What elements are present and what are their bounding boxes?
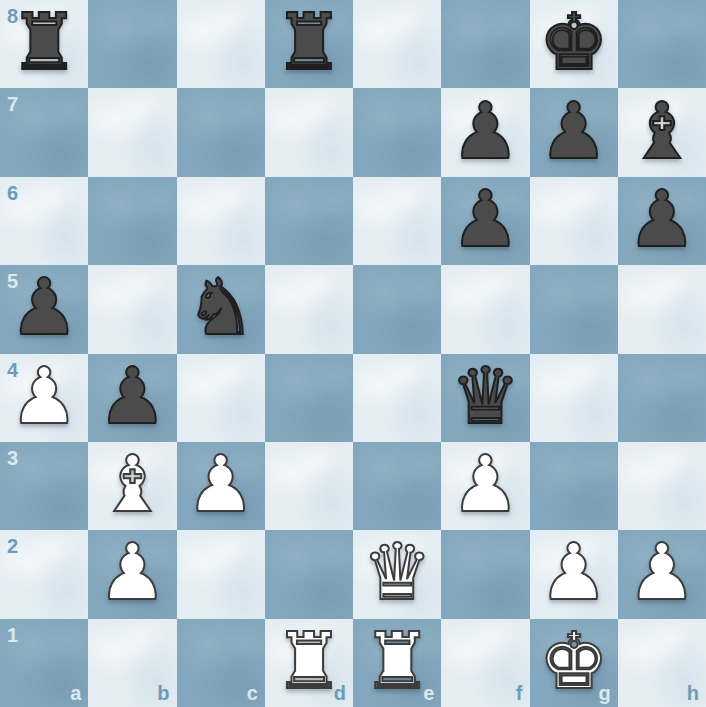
square-d5[interactable] [265, 265, 353, 353]
square-e7[interactable] [353, 88, 441, 176]
square-f4[interactable]: ♛ [441, 354, 529, 442]
square-b2[interactable]: ♟ [88, 530, 176, 618]
file-label-f: f [516, 683, 523, 703]
white-rook-e1[interactable]: ♜ [353, 619, 441, 707]
square-f8[interactable] [441, 0, 529, 88]
black-pawn-a5[interactable]: ♟ [0, 265, 88, 353]
file-label-a: a [70, 683, 81, 703]
white-king-g1[interactable]: ♚ [530, 619, 618, 707]
square-a1[interactable]: 1a [0, 619, 88, 707]
white-pawn-f3[interactable]: ♟ [441, 442, 529, 530]
square-e8[interactable] [353, 0, 441, 88]
black-rook-a8[interactable]: ♜ [0, 0, 88, 88]
square-c8[interactable] [177, 0, 265, 88]
square-f6[interactable]: ♟ [441, 177, 529, 265]
square-b7[interactable] [88, 88, 176, 176]
square-d4[interactable] [265, 354, 353, 442]
square-f1[interactable]: f [441, 619, 529, 707]
white-queen-e2[interactable]: ♛ [353, 530, 441, 618]
square-f7[interactable]: ♟ [441, 88, 529, 176]
file-label-h: h [687, 683, 699, 703]
square-d2[interactable] [265, 530, 353, 618]
square-a8[interactable]: 8♜ [0, 0, 88, 88]
white-pawn-b2[interactable]: ♟ [88, 530, 176, 618]
square-f5[interactable] [441, 265, 529, 353]
square-b3[interactable]: ♝ [88, 442, 176, 530]
black-pawn-g7[interactable]: ♟ [530, 88, 618, 176]
black-pawn-f7[interactable]: ♟ [441, 88, 529, 176]
square-a6[interactable]: 6 [0, 177, 88, 265]
square-g5[interactable] [530, 265, 618, 353]
square-h6[interactable]: ♟ [618, 177, 706, 265]
square-e6[interactable] [353, 177, 441, 265]
square-a5[interactable]: 5♟ [0, 265, 88, 353]
square-h5[interactable] [618, 265, 706, 353]
square-h2[interactable]: ♟ [618, 530, 706, 618]
square-g2[interactable]: ♟ [530, 530, 618, 618]
black-rook-d8[interactable]: ♜ [265, 0, 353, 88]
square-g3[interactable] [530, 442, 618, 530]
file-label-c: c [247, 683, 258, 703]
square-f2[interactable] [441, 530, 529, 618]
square-b8[interactable] [88, 0, 176, 88]
square-g6[interactable] [530, 177, 618, 265]
rank-label-6: 6 [7, 183, 18, 203]
square-e2[interactable]: ♛ [353, 530, 441, 618]
chess-board: 8♜♜♚7♟♟♝6♟♟5♟♞4♟♟♛3♝♟♟2♟♛♟♟1abcd♜e♜fg♚h [0, 0, 706, 707]
rank-label-3: 3 [7, 448, 18, 468]
square-b5[interactable] [88, 265, 176, 353]
black-pawn-f6[interactable]: ♟ [441, 177, 529, 265]
white-bishop-b3[interactable]: ♝ [88, 442, 176, 530]
black-bishop-h7[interactable]: ♝ [618, 88, 706, 176]
square-b1[interactable]: b [88, 619, 176, 707]
square-h3[interactable] [618, 442, 706, 530]
white-pawn-a4[interactable]: ♟ [0, 354, 88, 442]
square-d7[interactable] [265, 88, 353, 176]
file-label-b: b [157, 683, 169, 703]
square-e3[interactable] [353, 442, 441, 530]
square-b6[interactable] [88, 177, 176, 265]
square-c6[interactable] [177, 177, 265, 265]
square-d8[interactable]: ♜ [265, 0, 353, 88]
square-h7[interactable]: ♝ [618, 88, 706, 176]
square-c7[interactable] [177, 88, 265, 176]
square-d6[interactable] [265, 177, 353, 265]
square-g1[interactable]: g♚ [530, 619, 618, 707]
square-a7[interactable]: 7 [0, 88, 88, 176]
black-king-g8[interactable]: ♚ [530, 0, 618, 88]
square-e1[interactable]: e♜ [353, 619, 441, 707]
rank-label-2: 2 [7, 536, 18, 556]
square-c1[interactable]: c [177, 619, 265, 707]
square-a3[interactable]: 3 [0, 442, 88, 530]
square-c2[interactable] [177, 530, 265, 618]
white-pawn-h2[interactable]: ♟ [618, 530, 706, 618]
black-queen-f4[interactable]: ♛ [441, 354, 529, 442]
white-pawn-g2[interactable]: ♟ [530, 530, 618, 618]
square-a4[interactable]: 4♟ [0, 354, 88, 442]
square-c3[interactable]: ♟ [177, 442, 265, 530]
rank-label-7: 7 [7, 94, 18, 114]
black-knight-c5[interactable]: ♞ [177, 265, 265, 353]
black-pawn-h6[interactable]: ♟ [618, 177, 706, 265]
square-e5[interactable] [353, 265, 441, 353]
square-h4[interactable] [618, 354, 706, 442]
square-g8[interactable]: ♚ [530, 0, 618, 88]
square-f3[interactable]: ♟ [441, 442, 529, 530]
square-b4[interactable]: ♟ [88, 354, 176, 442]
square-e4[interactable] [353, 354, 441, 442]
white-rook-d1[interactable]: ♜ [265, 619, 353, 707]
square-h8[interactable] [618, 0, 706, 88]
black-pawn-b4[interactable]: ♟ [88, 354, 176, 442]
square-c5[interactable]: ♞ [177, 265, 265, 353]
square-c4[interactable] [177, 354, 265, 442]
square-d1[interactable]: d♜ [265, 619, 353, 707]
square-g7[interactable]: ♟ [530, 88, 618, 176]
square-h1[interactable]: h [618, 619, 706, 707]
rank-label-1: 1 [7, 625, 18, 645]
square-g4[interactable] [530, 354, 618, 442]
white-pawn-c3[interactable]: ♟ [177, 442, 265, 530]
square-d3[interactable] [265, 442, 353, 530]
square-a2[interactable]: 2 [0, 530, 88, 618]
